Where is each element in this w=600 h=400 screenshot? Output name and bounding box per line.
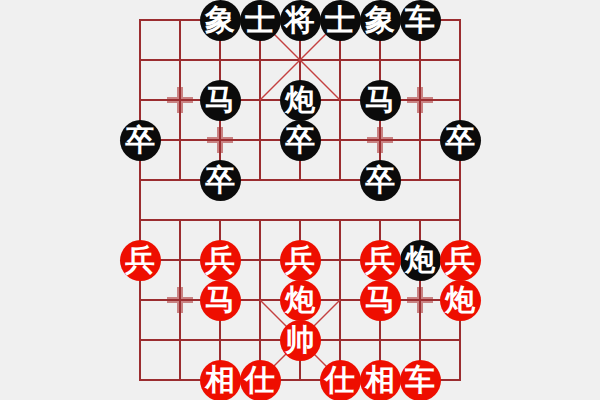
piece-black-elephant[interactable]: 象 — [360, 0, 401, 41]
piece-red-horse[interactable]: 马 — [200, 280, 241, 321]
marker-bracket-tr — [181, 287, 193, 299]
position-marker — [207, 127, 233, 153]
piece-red-general[interactable]: 帅 — [280, 320, 321, 361]
piece-black-elephant[interactable]: 象 — [200, 0, 241, 41]
marker-bracket-br — [421, 301, 433, 313]
piece-red-soldier[interactable]: 兵 — [120, 240, 161, 281]
piece-black-general[interactable]: 将 — [280, 0, 321, 41]
marker-bracket-br — [381, 141, 393, 153]
xiangqi-board[interactable]: 象士将士象车马炮马卒卒卒卒卒炮兵兵兵兵兵马炮马炮帅相仕仕相车 — [120, 0, 480, 400]
marker-bracket-tr — [381, 127, 393, 139]
piece-black-soldier[interactable]: 卒 — [360, 160, 401, 201]
position-marker — [167, 287, 193, 313]
position-marker — [367, 127, 393, 153]
piece-red-chariot[interactable]: 车 — [400, 360, 441, 400]
piece-red-cannon[interactable]: 炮 — [280, 280, 321, 321]
piece-red-cannon[interactable]: 炮 — [440, 280, 481, 321]
piece-black-horse[interactable]: 马 — [200, 80, 241, 121]
marker-bracket-tl — [367, 127, 379, 139]
marker-bracket-tr — [221, 127, 233, 139]
piece-red-advisor[interactable]: 仕 — [240, 360, 281, 400]
marker-bracket-br — [181, 101, 193, 113]
piece-red-soldier[interactable]: 兵 — [200, 240, 241, 281]
piece-black-horse[interactable]: 马 — [360, 80, 401, 121]
piece-black-soldier[interactable]: 卒 — [440, 120, 481, 161]
position-marker — [167, 87, 193, 113]
marker-bracket-bl — [407, 301, 419, 313]
piece-black-soldier[interactable]: 卒 — [120, 120, 161, 161]
position-marker — [407, 287, 433, 313]
piece-red-elephant[interactable]: 相 — [360, 360, 401, 400]
marker-bracket-bl — [407, 101, 419, 113]
piece-red-soldier[interactable]: 兵 — [440, 240, 481, 281]
piece-black-cannon[interactable]: 炮 — [400, 240, 441, 281]
marker-bracket-bl — [167, 101, 179, 113]
piece-black-advisor[interactable]: 士 — [320, 0, 361, 41]
marker-bracket-br — [421, 101, 433, 113]
marker-bracket-bl — [367, 141, 379, 153]
piece-red-elephant[interactable]: 相 — [200, 360, 241, 400]
piece-black-soldier[interactable]: 卒 — [280, 120, 321, 161]
marker-bracket-tl — [407, 287, 419, 299]
piece-red-soldier[interactable]: 兵 — [360, 240, 401, 281]
piece-black-advisor[interactable]: 士 — [240, 0, 281, 41]
marker-bracket-br — [221, 141, 233, 153]
marker-bracket-tl — [167, 87, 179, 99]
piece-black-soldier[interactable]: 卒 — [200, 160, 241, 201]
marker-bracket-tr — [421, 287, 433, 299]
marker-bracket-tr — [181, 87, 193, 99]
piece-black-chariot[interactable]: 车 — [400, 0, 441, 41]
marker-bracket-tl — [167, 287, 179, 299]
piece-red-horse[interactable]: 马 — [360, 280, 401, 321]
marker-bracket-bl — [207, 141, 219, 153]
marker-bracket-tl — [207, 127, 219, 139]
marker-bracket-bl — [167, 301, 179, 313]
piece-red-advisor[interactable]: 仕 — [320, 360, 361, 400]
marker-bracket-br — [181, 301, 193, 313]
marker-bracket-tl — [407, 87, 419, 99]
position-marker — [407, 87, 433, 113]
piece-red-soldier[interactable]: 兵 — [280, 240, 321, 281]
marker-bracket-tr — [421, 87, 433, 99]
screenshot-root: 象士将士象车马炮马卒卒卒卒卒炮兵兵兵兵兵马炮马炮帅相仕仕相车 — [0, 0, 600, 400]
piece-black-cannon[interactable]: 炮 — [280, 80, 321, 121]
